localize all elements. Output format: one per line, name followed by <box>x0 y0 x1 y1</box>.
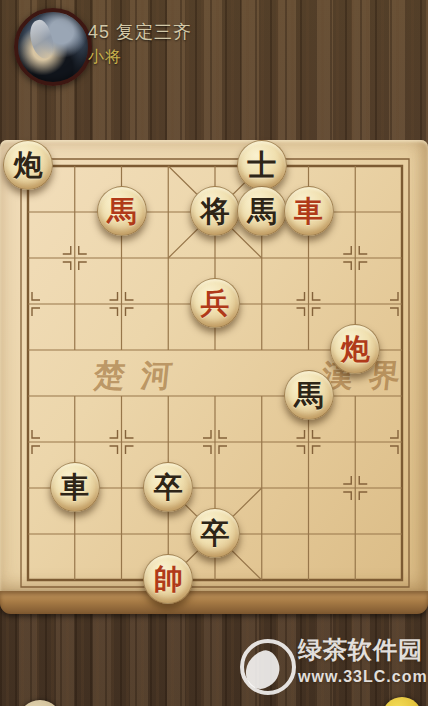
board-edge <box>0 591 428 614</box>
piece-glyph: 馬 <box>294 381 323 410</box>
watermark-logo-icon <box>240 639 296 695</box>
piece-glyph: 車 <box>60 473 89 502</box>
piece-black-卒[interactable]: 卒 <box>190 508 240 558</box>
piece-black-馬[interactable]: 馬 <box>237 186 287 236</box>
watermark-site-name: 绿茶软件园 <box>298 634 423 666</box>
piece-glyph: 馬 <box>107 197 136 226</box>
piece-black-士[interactable]: 士 <box>237 140 287 190</box>
piece-black-炮[interactable]: 炮 <box>3 140 53 190</box>
piece-red-炮[interactable]: 炮 <box>330 324 380 374</box>
piece-red-帥[interactable]: 帥 <box>143 554 193 604</box>
watermark: 绿茶软件园 www.33LC.com <box>236 630 428 702</box>
piece-glyph: 将 <box>201 197 230 226</box>
piece-red-兵[interactable]: 兵 <box>190 278 240 328</box>
piece-glyph: 卒 <box>201 519 230 548</box>
piece-black-将[interactable]: 将 <box>190 186 240 236</box>
bottom-left-button-partial[interactable] <box>18 700 62 706</box>
piece-glyph: 帥 <box>154 565 183 594</box>
piece-glyph: 士 <box>247 151 276 180</box>
header: 45 复定三齐 小将 <box>0 0 428 140</box>
xiangqi-board[interactable]: 楚河 漢界 炮士馬将馬車兵炮馬車卒卒帥 <box>0 140 428 614</box>
piece-black-車[interactable]: 車 <box>50 462 100 512</box>
river-label-left: 楚河 <box>92 355 190 397</box>
piece-black-卒[interactable]: 卒 <box>143 462 193 512</box>
piece-red-車[interactable]: 車 <box>284 186 334 236</box>
player-avatar[interactable] <box>14 8 92 86</box>
piece-glyph: 兵 <box>201 289 230 318</box>
piece-glyph: 卒 <box>154 473 183 502</box>
player-rank: 小将 <box>88 47 122 68</box>
piece-black-馬[interactable]: 馬 <box>284 370 334 420</box>
piece-red-馬[interactable]: 馬 <box>97 186 147 236</box>
piece-glyph: 炮 <box>341 335 370 364</box>
piece-glyph: 馬 <box>247 197 276 226</box>
watermark-site-url: www.33LC.com <box>298 668 428 686</box>
piece-glyph: 車 <box>294 197 323 226</box>
level-title: 45 复定三齐 <box>88 20 192 44</box>
piece-glyph: 炮 <box>14 151 43 180</box>
